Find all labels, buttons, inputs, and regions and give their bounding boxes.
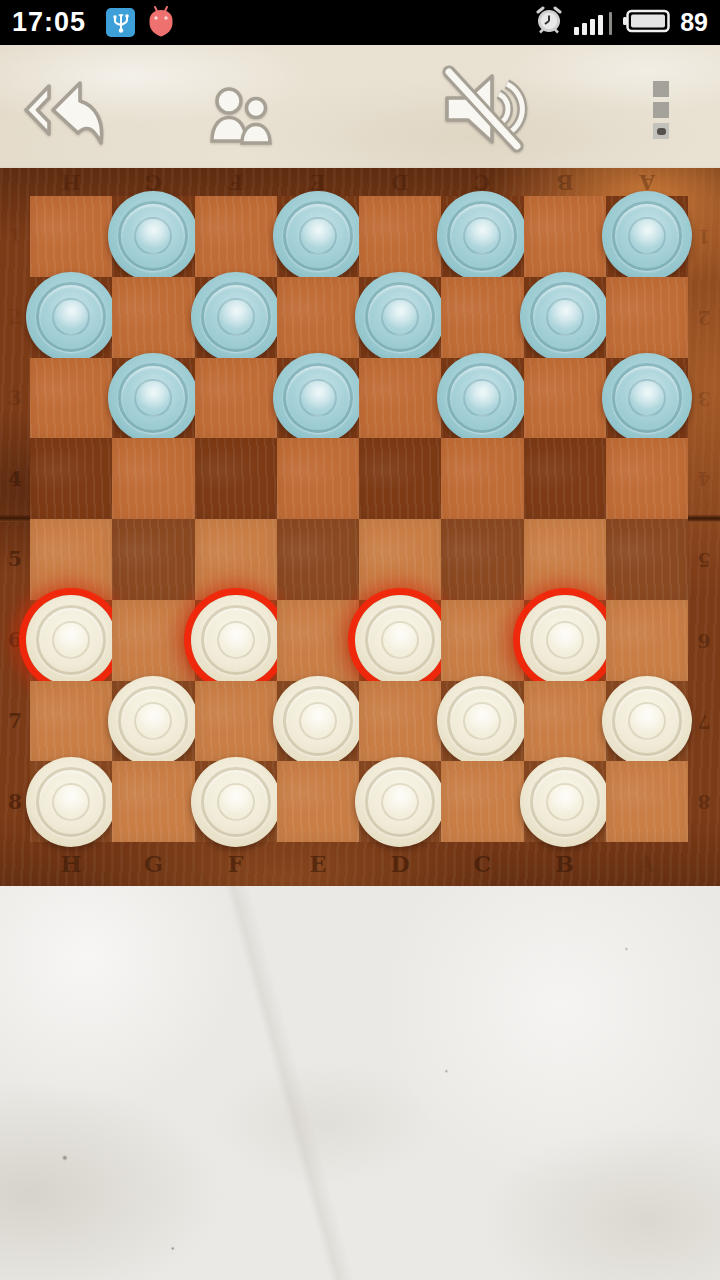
board-cell-C7[interactable] [441,681,523,762]
white-piece[interactable] [108,676,198,766]
board-grid [30,196,688,842]
board-cell-G5[interactable] [112,519,194,600]
board-cell-D8[interactable] [359,761,441,842]
white-piece[interactable] [520,757,610,847]
blue-piece[interactable] [273,191,363,281]
board-cell-F7[interactable] [195,681,277,762]
white-piece[interactable] [355,757,445,847]
board-cell-G7[interactable] [112,681,194,762]
board-cell-C8[interactable] [441,761,523,842]
blue-piece[interactable] [602,353,692,443]
rank-label: 3 [688,358,720,439]
board-cell-B3[interactable] [524,358,606,439]
board-cell-C3[interactable] [441,358,523,439]
board-cell-D5[interactable] [359,519,441,600]
board-cell-H7[interactable] [30,681,112,762]
status-bar-right: 89 [534,6,708,40]
file-label: E [277,842,359,886]
white-piece-highlighted[interactable] [520,595,610,685]
file-label: H [30,168,112,196]
board-cell-H5[interactable] [30,519,112,600]
board-cell-B7[interactable] [524,681,606,762]
board-cell-G6[interactable] [112,600,194,681]
board-cell-F5[interactable] [195,519,277,600]
usb-icon [106,8,135,37]
board-cell-A5[interactable] [606,519,688,600]
rank-label: 7 [688,681,720,762]
board-cell-B1[interactable] [524,196,606,277]
white-piece-highlighted[interactable] [26,595,116,685]
board-cell-F4[interactable] [195,438,277,519]
file-label: D [359,168,441,196]
blue-piece[interactable] [520,272,610,362]
board-cell-D3[interactable] [359,358,441,439]
board-cell-E6[interactable] [277,600,359,681]
board-cell-F2[interactable] [195,277,277,358]
board-cell-B5[interactable] [524,519,606,600]
blue-piece[interactable] [437,353,527,443]
rank-label: 8 [688,761,720,842]
blue-piece[interactable] [191,272,281,362]
battery-icon [622,9,670,37]
rank-label: 5 [688,519,720,600]
board-cell-A3[interactable] [606,358,688,439]
clock-text: 17:05 [12,7,86,38]
board-cell-D6[interactable] [359,600,441,681]
toolbar [0,45,720,168]
board-cell-B2[interactable] [524,277,606,358]
board-cell-F3[interactable] [195,358,277,439]
board-cell-E3[interactable] [277,358,359,439]
white-piece[interactable] [437,676,527,766]
board-cell-D1[interactable] [359,196,441,277]
file-labels-bottom: HGFEDCBA [30,842,688,886]
players-icon [205,85,279,149]
white-piece[interactable] [191,757,281,847]
board-cell-F1[interactable] [195,196,277,277]
board-cell-C1[interactable] [441,196,523,277]
board: HGFEDCBA HGFEDCBA 12345678 12345678 [0,168,720,886]
board-cell-E4[interactable] [277,438,359,519]
sound-muted-button[interactable] [434,63,528,155]
android-icon [145,4,177,42]
board-cell-G2[interactable] [112,277,194,358]
menu-icon [653,81,669,139]
rank-label: 4 [0,438,30,519]
board-cell-E2[interactable] [277,277,359,358]
file-label: B [524,842,606,886]
board-cell-A4[interactable] [606,438,688,519]
blue-piece[interactable] [602,191,692,281]
status-bar: 17:05 [0,0,720,45]
board-cell-H2[interactable] [30,277,112,358]
board-cell-H8[interactable] [30,761,112,842]
board-cell-C4[interactable] [441,438,523,519]
file-labels-top: HGFEDCBA [30,168,688,196]
white-piece[interactable] [273,676,363,766]
board-cell-F8[interactable] [195,761,277,842]
board-cell-C5[interactable] [441,519,523,600]
blue-piece[interactable] [355,272,445,362]
board-cell-B4[interactable] [524,438,606,519]
sound-muted-icon [434,63,528,155]
file-label: G [112,842,194,886]
white-piece[interactable] [602,676,692,766]
file-label: A [606,842,688,886]
background-paper [0,886,720,1280]
rank-label: 6 [688,600,720,681]
board-cell-G4[interactable] [112,438,194,519]
alarm-icon [534,6,564,40]
board-cell-E5[interactable] [277,519,359,600]
board-cell-G1[interactable] [112,196,194,277]
board-cell-F6[interactable] [195,600,277,681]
file-label: D [359,842,441,886]
signal-strength-icon [574,11,612,35]
rank-label: 1 [688,196,720,277]
rank-label: 5 [0,519,30,600]
blue-piece[interactable] [273,353,363,443]
blue-piece[interactable] [108,353,198,443]
board-cell-A1[interactable] [606,196,688,277]
file-label: F [195,168,277,196]
blue-piece[interactable] [437,191,527,281]
board-cell-B8[interactable] [524,761,606,842]
white-piece-highlighted[interactable] [191,595,281,685]
board-cell-C2[interactable] [441,277,523,358]
file-label: F [195,842,277,886]
board-cell-A7[interactable] [606,681,688,762]
file-label: C [441,842,523,886]
board-cell-H3[interactable] [30,358,112,439]
rank-label: 7 [0,681,30,762]
rank-label: 3 [0,358,30,439]
board-cell-G3[interactable] [112,358,194,439]
file-label: B [524,168,606,196]
board-cell-A6[interactable] [606,600,688,681]
board-cell-E1[interactable] [277,196,359,277]
board-cell-A8[interactable] [606,761,688,842]
battery-percent-text: 89 [680,8,708,37]
players-button[interactable] [205,85,279,149]
board-cell-D4[interactable] [359,438,441,519]
board-cell-C6[interactable] [441,600,523,681]
app-screen: 17:05 [0,0,720,1280]
blue-piece[interactable] [26,272,116,362]
white-piece-highlighted[interactable] [355,595,445,685]
board-cell-B6[interactable] [524,600,606,681]
rank-label: 1 [0,196,30,277]
blue-piece[interactable] [108,191,198,281]
board-cell-H6[interactable] [30,600,112,681]
rank-label: 2 [688,277,720,358]
board-cell-E7[interactable] [277,681,359,762]
white-piece[interactable] [26,757,116,847]
undo-back-button[interactable] [16,71,108,149]
menu-button[interactable] [653,81,669,144]
board-cell-D2[interactable] [359,277,441,358]
board-cell-A2[interactable] [606,277,688,358]
board-cell-D7[interactable] [359,681,441,762]
board-cell-H1[interactable] [30,196,112,277]
undo-back-icon [16,71,108,149]
board-cell-H4[interactable] [30,438,112,519]
board-cell-G8[interactable] [112,761,194,842]
board-cell-E8[interactable] [277,761,359,842]
status-bar-left: 17:05 [12,4,177,42]
file-label: H [30,842,112,886]
rank-label: 4 [688,438,720,519]
